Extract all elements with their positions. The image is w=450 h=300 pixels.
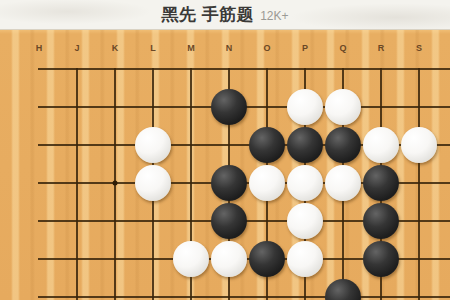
- white-stone: [325, 165, 361, 201]
- puzzle-header: 黑先 手筋题 12K+: [0, 0, 450, 30]
- column-label: R: [378, 43, 385, 53]
- white-stone: [249, 165, 285, 201]
- black-stone: [211, 89, 247, 125]
- column-label: Q: [339, 43, 346, 53]
- grid-line-vertical: [418, 68, 419, 300]
- white-stone: [363, 127, 399, 163]
- black-stone: [325, 279, 361, 300]
- black-stone: [363, 203, 399, 239]
- puzzle-title: 黑先 手筋题: [161, 0, 254, 30]
- white-stone: [211, 241, 247, 277]
- white-stone: [325, 89, 361, 125]
- column-label: J: [74, 43, 79, 53]
- white-stone: [287, 89, 323, 125]
- column-label: S: [416, 43, 422, 53]
- black-stone: [363, 165, 399, 201]
- black-stone: [287, 127, 323, 163]
- white-stone: [287, 203, 323, 239]
- column-label: K: [112, 43, 119, 53]
- white-stone: [287, 165, 323, 201]
- white-stone: [173, 241, 209, 277]
- column-label: H: [36, 43, 43, 53]
- column-label: L: [150, 43, 156, 53]
- column-label: N: [226, 43, 233, 53]
- white-stone: [287, 241, 323, 277]
- star-point: [113, 181, 118, 186]
- white-stone: [135, 127, 171, 163]
- black-stone: [363, 241, 399, 277]
- grid-line-horizontal: [38, 296, 450, 297]
- go-board[interactable]: HJKLMNOPQRS: [0, 30, 450, 300]
- black-stone: [249, 127, 285, 163]
- black-stone: [211, 165, 247, 201]
- column-label: M: [187, 43, 195, 53]
- black-stone: [325, 127, 361, 163]
- white-stone: [135, 165, 171, 201]
- grid-line-vertical: [76, 68, 77, 300]
- go-puzzle-app: 黑先 手筋题 12K+ HJKLMNOPQRS: [0, 0, 450, 300]
- black-stone: [211, 203, 247, 239]
- white-stone: [401, 127, 437, 163]
- column-label: P: [302, 43, 308, 53]
- rank-badge: 12K+: [260, 9, 288, 23]
- grid-line-horizontal: [38, 68, 450, 69]
- column-label: O: [263, 43, 270, 53]
- black-stone: [249, 241, 285, 277]
